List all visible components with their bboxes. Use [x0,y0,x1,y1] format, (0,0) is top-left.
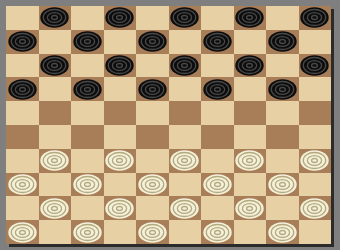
white-man-piece[interactable] [40,198,69,219]
square-r2c4 [104,30,137,54]
white-man-piece[interactable] [138,222,167,243]
square-r3c3 [71,54,104,78]
white-man-piece[interactable] [8,222,37,243]
square-r6c10 [299,125,332,149]
square-r7c5 [136,149,169,173]
square-r7c2[interactable] [39,149,72,173]
white-man-piece[interactable] [73,222,102,243]
square-r1c6[interactable] [169,6,202,30]
square-r10c8 [234,220,267,244]
square-r1c5 [136,6,169,30]
square-r2c5[interactable] [136,30,169,54]
square-r5c9 [266,101,299,125]
square-r9c8[interactable] [234,196,267,220]
black-man-piece[interactable] [138,31,167,52]
white-man-piece[interactable] [300,198,329,219]
black-man-piece[interactable] [235,7,264,28]
square-r7c10[interactable] [299,149,332,173]
square-r6c4 [104,125,137,149]
square-r2c3[interactable] [71,30,104,54]
square-r10c9[interactable] [266,220,299,244]
white-man-piece[interactable] [138,174,167,195]
square-r3c2[interactable] [39,54,72,78]
square-r6c9[interactable] [266,125,299,149]
square-r10c3[interactable] [71,220,104,244]
square-r1c2[interactable] [39,6,72,30]
square-r8c9[interactable] [266,173,299,197]
square-r9c2[interactable] [39,196,72,220]
square-r8c1[interactable] [6,173,39,197]
square-r9c4[interactable] [104,196,137,220]
square-r4c5[interactable] [136,77,169,101]
square-r2c10 [299,30,332,54]
square-r5c1 [6,101,39,125]
black-man-piece[interactable] [203,31,232,52]
square-r5c3 [71,101,104,125]
square-r9c10[interactable] [299,196,332,220]
square-r1c4[interactable] [104,6,137,30]
square-r5c5 [136,101,169,125]
square-r7c3 [71,149,104,173]
square-r1c7 [201,6,234,30]
square-r3c8[interactable] [234,54,267,78]
black-man-piece[interactable] [8,79,37,100]
square-r9c1 [6,196,39,220]
black-man-piece[interactable] [203,79,232,100]
white-man-piece[interactable] [235,150,264,171]
square-r8c6 [169,173,202,197]
white-man-piece[interactable] [8,174,37,195]
square-r2c9[interactable] [266,30,299,54]
square-r5c2[interactable] [39,101,72,125]
square-r4c1[interactable] [6,77,39,101]
square-r8c5[interactable] [136,173,169,197]
black-man-piece[interactable] [73,31,102,52]
square-r3c6[interactable] [169,54,202,78]
square-r4c4 [104,77,137,101]
square-r6c1[interactable] [6,125,39,149]
square-r4c8 [234,77,267,101]
square-r6c3[interactable] [71,125,104,149]
window-background: { "game": "international-draughts-10x10-… [0,0,340,250]
square-r8c10 [299,173,332,197]
square-r9c3 [71,196,104,220]
square-r5c6[interactable] [169,101,202,125]
square-r9c7 [201,196,234,220]
white-man-piece[interactable] [105,150,134,171]
white-man-piece[interactable] [40,150,69,171]
square-r7c4[interactable] [104,149,137,173]
square-r6c7[interactable] [201,125,234,149]
white-man-piece[interactable] [105,198,134,219]
square-r8c3[interactable] [71,173,104,197]
square-r1c9 [266,6,299,30]
square-r9c9 [266,196,299,220]
black-man-piece[interactable] [170,7,199,28]
white-man-piece[interactable] [203,174,232,195]
square-r6c8 [234,125,267,149]
white-man-piece[interactable] [300,150,329,171]
square-r9c5 [136,196,169,220]
square-r3c10[interactable] [299,54,332,78]
square-r10c4 [104,220,137,244]
square-r7c1 [6,149,39,173]
square-r1c10[interactable] [299,6,332,30]
black-man-piece[interactable] [73,79,102,100]
square-r1c3 [71,6,104,30]
square-r5c8[interactable] [234,101,267,125]
square-r6c5[interactable] [136,125,169,149]
square-r3c9 [266,54,299,78]
square-r9c6[interactable] [169,196,202,220]
black-man-piece[interactable] [105,55,134,76]
square-r5c7 [201,101,234,125]
white-man-piece[interactable] [268,174,297,195]
square-r2c6 [169,30,202,54]
square-r4c9[interactable] [266,77,299,101]
black-man-piece[interactable] [40,55,69,76]
white-man-piece[interactable] [268,222,297,243]
square-r4c3[interactable] [71,77,104,101]
square-r3c5 [136,54,169,78]
black-man-piece[interactable] [105,7,134,28]
square-r1c1 [6,6,39,30]
square-r7c6[interactable] [169,149,202,173]
square-r4c10 [299,77,332,101]
square-r3c4[interactable] [104,54,137,78]
square-r8c2 [39,173,72,197]
black-man-piece[interactable] [138,79,167,100]
white-man-piece[interactable] [170,150,199,171]
draughts-board[interactable] [6,6,331,244]
square-r5c10[interactable] [299,101,332,125]
black-man-piece[interactable] [8,31,37,52]
square-r10c6 [169,220,202,244]
square-r4c7[interactable] [201,77,234,101]
white-man-piece[interactable] [235,198,264,219]
square-r2c1[interactable] [6,30,39,54]
black-man-piece[interactable] [40,7,69,28]
square-r4c2 [39,77,72,101]
black-man-piece[interactable] [268,79,297,100]
black-man-piece[interactable] [170,55,199,76]
square-r3c1 [6,54,39,78]
square-r7c7 [201,149,234,173]
black-man-piece[interactable] [300,55,329,76]
square-r7c8[interactable] [234,149,267,173]
square-r6c6 [169,125,202,149]
square-r2c2 [39,30,72,54]
square-r8c8 [234,173,267,197]
square-r1c8[interactable] [234,6,267,30]
square-r10c5[interactable] [136,220,169,244]
square-r10c10 [299,220,332,244]
white-man-piece[interactable] [170,198,199,219]
black-man-piece[interactable] [235,55,264,76]
square-r10c1[interactable] [6,220,39,244]
square-r2c7[interactable] [201,30,234,54]
square-r7c9 [266,149,299,173]
square-r10c2 [39,220,72,244]
white-man-piece[interactable] [203,222,232,243]
square-r4c6 [169,77,202,101]
white-man-piece[interactable] [73,174,102,195]
black-man-piece[interactable] [300,7,329,28]
black-man-piece[interactable] [268,31,297,52]
square-r10c7[interactable] [201,220,234,244]
square-r8c7[interactable] [201,173,234,197]
square-r3c7 [201,54,234,78]
square-r2c8 [234,30,267,54]
square-r6c2 [39,125,72,149]
square-r5c4[interactable] [104,101,137,125]
square-r8c4 [104,173,137,197]
